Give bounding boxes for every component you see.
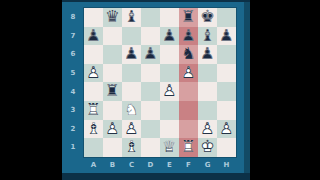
- piece-black-pawn: ♟♙: [219, 28, 234, 45]
- piece-glyph-outline: ♖: [181, 139, 196, 156]
- piece-glyph-outline: ♙: [219, 121, 234, 138]
- square-f6: ♞♘: [179, 45, 198, 64]
- piece-glyph-outline: ♖: [181, 9, 196, 26]
- piece-glyph-fill: ♟: [86, 65, 101, 82]
- rank-label-8: 8: [62, 8, 84, 27]
- piece-glyph-fill: ♚: [200, 139, 215, 156]
- piece-glyph-outline: ♙: [200, 121, 215, 138]
- rank-label-1: 1: [62, 138, 84, 157]
- square-b8: ♛♕: [103, 8, 122, 27]
- square-c1: ♝♗: [122, 138, 141, 157]
- piece-black-pawn: ♟♙: [86, 28, 101, 45]
- piece-glyph-fill: ♟: [86, 28, 101, 45]
- square-a3: ♜♖: [84, 101, 103, 120]
- square-f1: ♜♖: [179, 138, 198, 157]
- piece-glyph-outline: ♘: [181, 46, 196, 63]
- file-label-g: G: [198, 157, 217, 172]
- piece-white-queen: ♛♕: [162, 139, 177, 156]
- square-a8: [84, 8, 103, 27]
- piece-black-rook: ♜♖: [181, 9, 196, 26]
- piece-white-king: ♚♔: [200, 139, 215, 156]
- square-b7: [103, 27, 122, 46]
- piece-white-pawn: ♟♙: [124, 121, 139, 138]
- piece-glyph-fill: ♜: [181, 9, 196, 26]
- piece-white-pawn: ♟♙: [219, 121, 234, 138]
- square-h7: ♟♙: [217, 27, 236, 46]
- square-h4: [217, 82, 236, 101]
- rank-label-6: 6: [62, 45, 84, 64]
- piece-glyph-outline: ♙: [200, 46, 215, 63]
- piece-black-king: ♚♔: [200, 9, 215, 26]
- square-g6: ♟♙: [198, 45, 217, 64]
- square-c8: ♝♗: [122, 8, 141, 27]
- rank-labels: 87654321: [62, 8, 84, 157]
- rank-label-7: 7: [62, 27, 84, 46]
- file-label-f: F: [179, 157, 198, 172]
- piece-glyph-outline: ♙: [181, 28, 196, 45]
- square-a5: ♟♙: [84, 64, 103, 83]
- file-label-e: E: [160, 157, 179, 172]
- piece-glyph-fill: ♟: [162, 83, 177, 100]
- square-g1: ♚♔: [198, 138, 217, 157]
- piece-glyph-fill: ♜: [181, 139, 196, 156]
- piece-white-pawn: ♟♙: [181, 65, 196, 82]
- square-a7: ♟♙: [84, 27, 103, 46]
- piece-glyph-outline: ♕: [162, 139, 177, 156]
- piece-black-bishop: ♝♗: [124, 9, 139, 26]
- piece-black-pawn: ♟♙: [200, 46, 215, 63]
- piece-glyph-fill: ♟: [181, 28, 196, 45]
- square-f4: [179, 82, 198, 101]
- square-b5: [103, 64, 122, 83]
- piece-glyph-outline: ♙: [219, 28, 234, 45]
- piece-black-pawn: ♟♙: [124, 46, 139, 63]
- piece-glyph-fill: ♝: [124, 9, 139, 26]
- piece-glyph-outline: ♗: [200, 28, 215, 45]
- piece-glyph-fill: ♛: [105, 9, 120, 26]
- file-label-a: A: [84, 157, 103, 172]
- piece-glyph-fill: ♛: [162, 139, 177, 156]
- piece-glyph-outline: ♗: [86, 121, 101, 138]
- piece-glyph-fill: ♟: [181, 65, 196, 82]
- square-c4: [122, 82, 141, 101]
- square-c5: [122, 64, 141, 83]
- piece-glyph-outline: ♙: [181, 65, 196, 82]
- square-a6: [84, 45, 103, 64]
- square-h5: [217, 64, 236, 83]
- square-f5: ♟♙: [179, 64, 198, 83]
- piece-glyph-fill: ♟: [200, 121, 215, 138]
- square-e1: ♛♕: [160, 138, 179, 157]
- piece-glyph-fill: ♜: [105, 83, 120, 100]
- piece-glyph-outline: ♖: [86, 102, 101, 119]
- piece-white-pawn: ♟♙: [86, 65, 101, 82]
- square-e8: [160, 8, 179, 27]
- piece-glyph-fill: ♟: [124, 46, 139, 63]
- rank-label-2: 2: [62, 120, 84, 139]
- square-e2: [160, 120, 179, 139]
- piece-white-bishop: ♝♗: [124, 139, 139, 156]
- square-e7: ♟♙: [160, 27, 179, 46]
- piece-glyph-outline: ♙: [162, 28, 177, 45]
- piece-glyph-fill: ♞: [181, 46, 196, 63]
- square-g4: [198, 82, 217, 101]
- piece-black-queen: ♛♕: [105, 9, 120, 26]
- square-h8: [217, 8, 236, 27]
- square-c6: ♟♙: [122, 45, 141, 64]
- piece-glyph-outline: ♙: [124, 121, 139, 138]
- square-d5: [141, 64, 160, 83]
- piece-white-bishop: ♝♗: [86, 121, 101, 138]
- square-e4: ♟♙: [160, 82, 179, 101]
- piece-black-rook: ♜♖: [105, 83, 120, 100]
- panel-top-strip: [62, 0, 250, 2]
- square-b1: [103, 138, 122, 157]
- piece-white-knight: ♞♘: [124, 102, 139, 119]
- video-frame: 87654321 ♛♕♝♗♜♖♚♔♟♙♟♙♟♙♝♗♟♙♟♙♟♙♞♘♟♙♟♙♟♙♜…: [0, 0, 320, 180]
- rank-label-5: 5: [62, 64, 84, 83]
- square-d4: [141, 82, 160, 101]
- square-d3: [141, 101, 160, 120]
- piece-glyph-fill: ♟: [143, 46, 158, 63]
- piece-glyph-outline: ♘: [124, 102, 139, 119]
- piece-glyph-outline: ♙: [86, 28, 101, 45]
- square-g8: ♚♔: [198, 8, 217, 27]
- piece-glyph-outline: ♔: [200, 9, 215, 26]
- panel-right-shade: [244, 2, 250, 173]
- square-a1: [84, 138, 103, 157]
- piece-glyph-outline: ♗: [124, 139, 139, 156]
- piece-glyph-outline: ♙: [105, 121, 120, 138]
- file-label-b: B: [103, 157, 122, 172]
- piece-white-pawn: ♟♙: [105, 121, 120, 138]
- square-c3: ♞♘: [122, 101, 141, 120]
- piece-glyph-fill: ♟: [162, 28, 177, 45]
- piece-glyph-outline: ♖: [105, 83, 120, 100]
- piece-black-pawn: ♟♙: [162, 28, 177, 45]
- piece-glyph-outline: ♙: [124, 46, 139, 63]
- piece-glyph-fill: ♝: [124, 139, 139, 156]
- piece-glyph-fill: ♞: [124, 102, 139, 119]
- square-f2: [179, 120, 198, 139]
- file-labels: ABCDEFGH: [84, 157, 236, 172]
- piece-glyph-fill: ♜: [86, 102, 101, 119]
- piece-white-rook: ♜♖: [86, 102, 101, 119]
- piece-glyph-outline: ♙: [86, 65, 101, 82]
- square-g2: ♟♙: [198, 120, 217, 139]
- square-e3: [160, 101, 179, 120]
- piece-black-pawn: ♟♙: [143, 46, 158, 63]
- square-e6: [160, 45, 179, 64]
- square-b6: [103, 45, 122, 64]
- piece-white-rook: ♜♖: [181, 139, 196, 156]
- piece-glyph-fill: ♟: [124, 121, 139, 138]
- piece-glyph-fill: ♚: [200, 9, 215, 26]
- square-d1: [141, 138, 160, 157]
- square-g5: [198, 64, 217, 83]
- piece-glyph-fill: ♝: [86, 121, 101, 138]
- file-label-c: C: [122, 157, 141, 172]
- square-h2: ♟♙: [217, 120, 236, 139]
- square-b4: ♜♖: [103, 82, 122, 101]
- piece-glyph-fill: ♝: [200, 28, 215, 45]
- file-label-h: H: [217, 157, 236, 172]
- rank-label-4: 4: [62, 82, 84, 101]
- piece-glyph-fill: ♟: [200, 46, 215, 63]
- piece-black-pawn: ♟♙: [181, 28, 196, 45]
- piece-glyph-outline: ♔: [200, 139, 215, 156]
- square-c7: [122, 27, 141, 46]
- square-b3: [103, 101, 122, 120]
- piece-white-pawn: ♟♙: [200, 121, 215, 138]
- square-g3: [198, 101, 217, 120]
- piece-glyph-outline: ♕: [105, 9, 120, 26]
- square-d8: [141, 8, 160, 27]
- square-a2: ♝♗: [84, 120, 103, 139]
- piece-glyph-fill: ♟: [219, 28, 234, 45]
- square-d7: [141, 27, 160, 46]
- piece-glyph-fill: ♟: [219, 121, 234, 138]
- square-h6: [217, 45, 236, 64]
- square-h1: [217, 138, 236, 157]
- square-g7: ♝♗: [198, 27, 217, 46]
- rank-label-3: 3: [62, 101, 84, 120]
- chess-board: ♛♕♝♗♜♖♚♔♟♙♟♙♟♙♝♗♟♙♟♙♟♙♞♘♟♙♟♙♟♙♜♖♟♙♜♖♞♘♝♗…: [84, 8, 236, 157]
- square-d6: ♟♙: [141, 45, 160, 64]
- square-f8: ♜♖: [179, 8, 198, 27]
- piece-white-pawn: ♟♙: [162, 83, 177, 100]
- piece-glyph-fill: ♟: [105, 121, 120, 138]
- square-f7: ♟♙: [179, 27, 198, 46]
- file-label-d: D: [141, 157, 160, 172]
- piece-black-bishop: ♝♗: [200, 28, 215, 45]
- piece-glyph-outline: ♗: [124, 9, 139, 26]
- piece-glyph-outline: ♙: [143, 46, 158, 63]
- square-e5: [160, 64, 179, 83]
- square-h3: [217, 101, 236, 120]
- square-d2: [141, 120, 160, 139]
- piece-black-knight: ♞♘: [181, 46, 196, 63]
- square-f3: [179, 101, 198, 120]
- square-a4: [84, 82, 103, 101]
- panel-bottom-strip: [62, 173, 250, 180]
- square-b2: ♟♙: [103, 120, 122, 139]
- square-c2: ♟♙: [122, 120, 141, 139]
- piece-glyph-outline: ♙: [162, 83, 177, 100]
